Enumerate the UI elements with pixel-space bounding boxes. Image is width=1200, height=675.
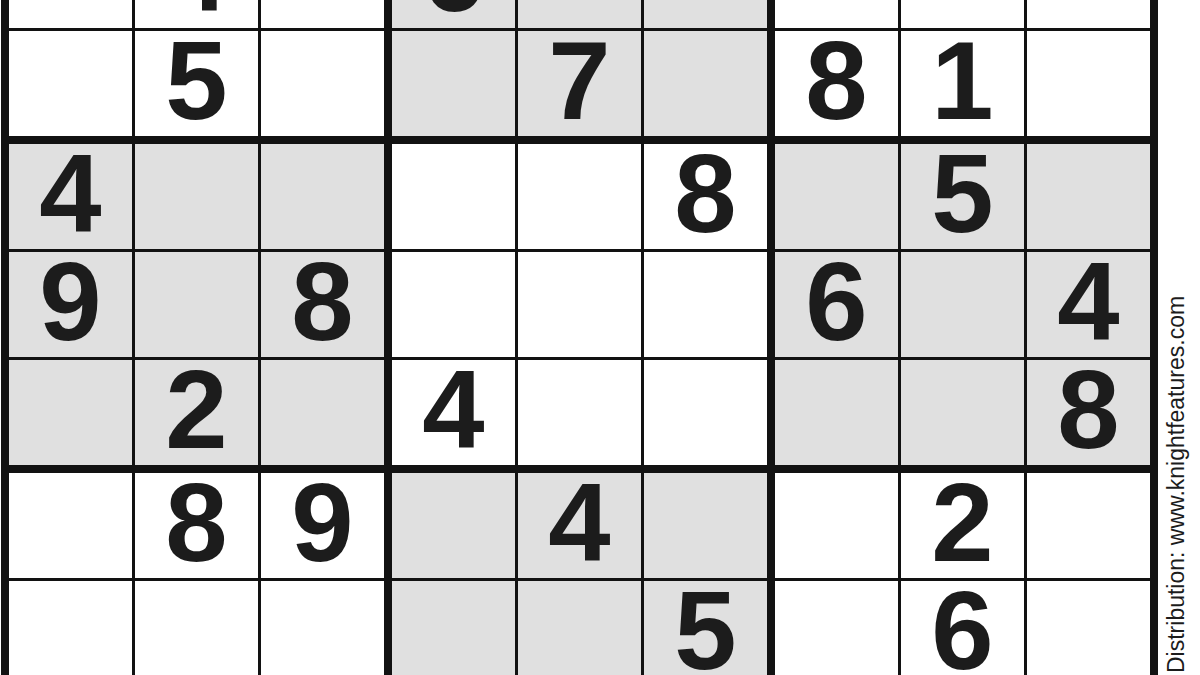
- cell-r3c9: [1027, 31, 1150, 136]
- cell-r5c8: [901, 252, 1024, 357]
- cell-r7c1: [9, 473, 132, 578]
- cell-r3c8: 1: [901, 31, 1024, 136]
- cell-r3c2: 5: [135, 31, 258, 136]
- cell-r4c7: [775, 144, 898, 249]
- cell-r7c7: [775, 473, 898, 578]
- cell-r8c3: [261, 581, 384, 675]
- cell-r8c1: [9, 581, 132, 675]
- cell-r5c2: [135, 252, 258, 357]
- cell-r7c4: [392, 473, 515, 578]
- sudoku-board: 4657814859864248894256: [1, 0, 1158, 675]
- cell-r2c1: [9, 0, 132, 28]
- cell-r8c6: 5: [644, 581, 767, 675]
- cell-r7c3: 9: [261, 473, 384, 578]
- cell-r7c8: 2: [901, 473, 1024, 578]
- cell-r8c4: [392, 581, 515, 675]
- cell-r2c4: 6: [392, 0, 515, 28]
- cell-r2c9: [1027, 0, 1150, 28]
- sudoku-puzzle-image: 4657814859864248894256 Distribution: www…: [0, 0, 1200, 675]
- cell-r7c2: 8: [135, 473, 258, 578]
- cell-r6c2: 2: [135, 360, 258, 465]
- cell-r6c3: [261, 360, 384, 465]
- cell-r2c6: [644, 0, 767, 28]
- cell-r3c5: 7: [518, 31, 641, 136]
- distribution-credit: Distribution: www.knightfeatures.com: [1163, 296, 1190, 673]
- cell-r3c7: 8: [775, 31, 898, 136]
- cell-r7c6: [644, 473, 767, 578]
- cell-r4c5: [518, 144, 641, 249]
- cell-r5c4: [392, 252, 515, 357]
- cell-r4c1: 4: [9, 144, 132, 249]
- cell-r5c6: [644, 252, 767, 357]
- cell-r7c9: [1027, 473, 1150, 578]
- cell-r8c7: [775, 581, 898, 675]
- cell-r5c1: 9: [9, 252, 132, 357]
- cell-r6c6: [644, 360, 767, 465]
- cell-r5c5: [518, 252, 641, 357]
- cell-r2c3: [261, 0, 384, 28]
- cell-r8c5: [518, 581, 641, 675]
- cell-r8c2: [135, 581, 258, 675]
- cell-r6c1: [9, 360, 132, 465]
- cell-r4c6: 8: [644, 144, 767, 249]
- cell-r7c5: 4: [518, 473, 641, 578]
- cell-r4c2: [135, 144, 258, 249]
- cell-r4c8: 5: [901, 144, 1024, 249]
- cell-r3c1: [9, 31, 132, 136]
- cell-r4c4: [392, 144, 515, 249]
- cell-r4c3: [261, 144, 384, 249]
- cell-r3c4: [392, 31, 515, 136]
- cell-r3c3: [261, 31, 384, 136]
- cell-r8c9: [1027, 581, 1150, 675]
- cell-r5c3: 8: [261, 252, 384, 357]
- cell-r8c8: 6: [901, 581, 1024, 675]
- cell-r5c7: 6: [775, 252, 898, 357]
- cell-r6c4: 4: [392, 360, 515, 465]
- cell-r3c6: [644, 31, 767, 136]
- cell-r6c5: [518, 360, 641, 465]
- cell-r6c8: [901, 360, 1024, 465]
- cell-r6c7: [775, 360, 898, 465]
- cell-r5c9: 4: [1027, 252, 1150, 357]
- cell-r6c9: 8: [1027, 360, 1150, 465]
- cell-r4c9: [1027, 144, 1150, 249]
